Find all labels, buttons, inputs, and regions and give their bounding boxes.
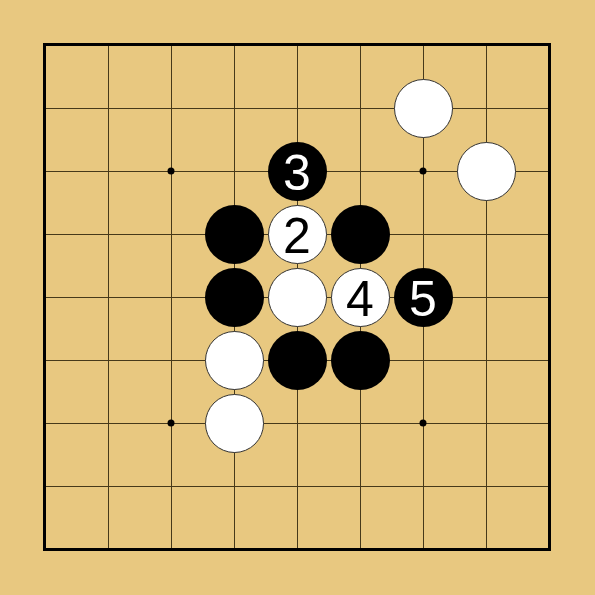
intersection[interactable]: [14, 455, 77, 518]
intersection[interactable]: [392, 455, 455, 518]
black-stone[interactable]: 3: [268, 142, 327, 201]
intersection[interactable]: [329, 455, 392, 518]
intersection[interactable]: [518, 392, 581, 455]
intersection[interactable]: [140, 392, 203, 455]
intersection[interactable]: [14, 518, 77, 581]
intersection[interactable]: 3: [266, 140, 329, 203]
intersection[interactable]: [266, 392, 329, 455]
intersection[interactable]: [77, 77, 140, 140]
intersection[interactable]: [392, 329, 455, 392]
intersection[interactable]: [266, 14, 329, 77]
intersection[interactable]: [140, 329, 203, 392]
intersection[interactable]: [14, 392, 77, 455]
white-stone[interactable]: [205, 331, 264, 390]
intersection[interactable]: [140, 266, 203, 329]
intersection[interactable]: [392, 518, 455, 581]
white-stone[interactable]: [394, 79, 453, 138]
intersection[interactable]: [518, 203, 581, 266]
black-stone[interactable]: [205, 268, 264, 327]
intersection[interactable]: [203, 266, 266, 329]
intersection[interactable]: [140, 518, 203, 581]
intersection[interactable]: [140, 455, 203, 518]
intersection[interactable]: [140, 203, 203, 266]
white-stone[interactable]: [205, 394, 264, 453]
intersection[interactable]: [203, 140, 266, 203]
intersection[interactable]: [14, 77, 77, 140]
intersection[interactable]: [455, 392, 518, 455]
intersection[interactable]: [203, 518, 266, 581]
black-stone[interactable]: [331, 205, 390, 264]
intersection[interactable]: [329, 392, 392, 455]
intersection[interactable]: [140, 77, 203, 140]
black-stone[interactable]: 5: [394, 268, 453, 327]
intersection[interactable]: [203, 203, 266, 266]
intersection[interactable]: [14, 266, 77, 329]
intersection[interactable]: [455, 266, 518, 329]
intersection-grid: 3245: [14, 14, 581, 581]
intersection[interactable]: [329, 77, 392, 140]
intersection[interactable]: [329, 518, 392, 581]
intersection[interactable]: [266, 518, 329, 581]
intersection[interactable]: [329, 14, 392, 77]
intersection[interactable]: [266, 266, 329, 329]
black-stone[interactable]: [331, 331, 390, 390]
black-stone[interactable]: [205, 205, 264, 264]
white-stone[interactable]: 4: [331, 268, 390, 327]
intersection[interactable]: [77, 14, 140, 77]
intersection[interactable]: [77, 455, 140, 518]
intersection[interactable]: [77, 266, 140, 329]
move-number-label: 4: [346, 274, 374, 324]
move-number-label: 2: [283, 211, 311, 261]
white-stone[interactable]: [457, 142, 516, 201]
intersection[interactable]: [77, 329, 140, 392]
intersection[interactable]: [14, 203, 77, 266]
white-stone[interactable]: 2: [268, 205, 327, 264]
intersection[interactable]: [329, 203, 392, 266]
intersection[interactable]: [392, 14, 455, 77]
intersection[interactable]: [140, 140, 203, 203]
intersection[interactable]: [455, 455, 518, 518]
move-number-label: 3: [283, 148, 311, 198]
intersection[interactable]: [392, 203, 455, 266]
intersection[interactable]: [329, 329, 392, 392]
intersection[interactable]: [14, 14, 77, 77]
intersection[interactable]: [266, 77, 329, 140]
intersection[interactable]: [455, 518, 518, 581]
intersection[interactable]: 4: [329, 266, 392, 329]
intersection[interactable]: [77, 140, 140, 203]
go-board: 3245: [0, 0, 595, 595]
intersection[interactable]: [77, 518, 140, 581]
intersection[interactable]: [266, 329, 329, 392]
intersection[interactable]: [392, 392, 455, 455]
intersection[interactable]: [518, 77, 581, 140]
intersection[interactable]: 2: [266, 203, 329, 266]
intersection[interactable]: [329, 140, 392, 203]
intersection[interactable]: 5: [392, 266, 455, 329]
intersection[interactable]: [203, 392, 266, 455]
intersection[interactable]: [77, 203, 140, 266]
intersection[interactable]: [203, 455, 266, 518]
move-number-label: 5: [409, 274, 437, 324]
intersection[interactable]: [518, 140, 581, 203]
white-stone[interactable]: [268, 268, 327, 327]
intersection[interactable]: [203, 329, 266, 392]
intersection[interactable]: [14, 140, 77, 203]
intersection[interactable]: [392, 140, 455, 203]
intersection[interactable]: [455, 140, 518, 203]
intersection[interactable]: [518, 455, 581, 518]
intersection[interactable]: [203, 14, 266, 77]
black-stone[interactable]: [268, 331, 327, 390]
intersection[interactable]: [518, 329, 581, 392]
intersection[interactable]: [455, 329, 518, 392]
intersection[interactable]: [203, 77, 266, 140]
intersection[interactable]: [77, 392, 140, 455]
intersection[interactable]: [518, 266, 581, 329]
intersection[interactable]: [455, 203, 518, 266]
intersection[interactable]: [266, 455, 329, 518]
intersection[interactable]: [518, 518, 581, 581]
intersection[interactable]: [14, 329, 77, 392]
intersection[interactable]: [455, 14, 518, 77]
intersection[interactable]: [455, 77, 518, 140]
intersection[interactable]: [392, 77, 455, 140]
intersection[interactable]: [140, 14, 203, 77]
intersection[interactable]: [518, 14, 581, 77]
